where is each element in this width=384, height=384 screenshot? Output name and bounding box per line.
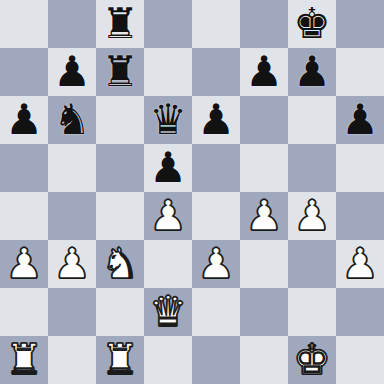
square-f5[interactable]	[240, 144, 288, 192]
square-c3[interactable]: ♞	[96, 240, 144, 288]
square-h8[interactable]	[336, 0, 384, 48]
square-c4[interactable]	[96, 192, 144, 240]
square-h4[interactable]	[336, 192, 384, 240]
square-d6[interactable]: ♛	[144, 96, 192, 144]
square-e4[interactable]	[192, 192, 240, 240]
square-a2[interactable]	[0, 288, 48, 336]
square-h6[interactable]: ♟	[336, 96, 384, 144]
square-c8[interactable]: ♜	[96, 0, 144, 48]
square-d2[interactable]: ♛	[144, 288, 192, 336]
piece-white-pawn[interactable]: ♟	[197, 240, 235, 288]
square-b2[interactable]	[48, 288, 96, 336]
square-b6[interactable]: ♞	[48, 96, 96, 144]
square-c6[interactable]	[96, 96, 144, 144]
square-e2[interactable]	[192, 288, 240, 336]
piece-white-pawn[interactable]: ♟	[341, 240, 379, 288]
piece-white-pawn[interactable]: ♟	[245, 192, 283, 240]
square-b4[interactable]	[48, 192, 96, 240]
square-c1[interactable]: ♜	[96, 336, 144, 384]
square-h5[interactable]	[336, 144, 384, 192]
square-a3[interactable]: ♟	[0, 240, 48, 288]
square-d4[interactable]: ♟	[144, 192, 192, 240]
piece-black-knight[interactable]: ♞	[53, 96, 91, 144]
piece-black-rook[interactable]: ♜	[101, 0, 139, 48]
piece-white-pawn[interactable]: ♟	[149, 192, 187, 240]
square-a5[interactable]	[0, 144, 48, 192]
square-g2[interactable]	[288, 288, 336, 336]
square-e3[interactable]: ♟	[192, 240, 240, 288]
square-f3[interactable]	[240, 240, 288, 288]
piece-black-rook[interactable]: ♜	[101, 48, 139, 96]
square-b7[interactable]: ♟	[48, 48, 96, 96]
piece-black-pawn[interactable]: ♟	[197, 96, 235, 144]
square-h7[interactable]	[336, 48, 384, 96]
square-a4[interactable]	[0, 192, 48, 240]
piece-white-pawn[interactable]: ♟	[293, 192, 331, 240]
square-h3[interactable]: ♟	[336, 240, 384, 288]
piece-black-pawn[interactable]: ♟	[245, 48, 283, 96]
square-f1[interactable]	[240, 336, 288, 384]
square-a7[interactable]	[0, 48, 48, 96]
piece-black-pawn[interactable]: ♟	[149, 144, 187, 192]
square-e8[interactable]	[192, 0, 240, 48]
square-e5[interactable]	[192, 144, 240, 192]
piece-black-pawn[interactable]: ♟	[53, 48, 91, 96]
square-b8[interactable]	[48, 0, 96, 48]
square-c2[interactable]	[96, 288, 144, 336]
square-g7[interactable]: ♟	[288, 48, 336, 96]
square-f7[interactable]: ♟	[240, 48, 288, 96]
piece-white-pawn[interactable]: ♟	[53, 240, 91, 288]
square-d5[interactable]: ♟	[144, 144, 192, 192]
piece-white-rook[interactable]: ♜	[101, 336, 139, 384]
square-g5[interactable]	[288, 144, 336, 192]
square-e6[interactable]: ♟	[192, 96, 240, 144]
square-h2[interactable]	[336, 288, 384, 336]
piece-black-queen[interactable]: ♛	[149, 96, 187, 144]
square-f8[interactable]	[240, 0, 288, 48]
square-d8[interactable]	[144, 0, 192, 48]
square-f6[interactable]	[240, 96, 288, 144]
square-c5[interactable]	[96, 144, 144, 192]
square-b3[interactable]: ♟	[48, 240, 96, 288]
piece-white-pawn[interactable]: ♟	[5, 240, 43, 288]
chess-board: ♜♚♟♜♟♟♟♞♛♟♟♟♟♟♟♟♟♞♟♟♛♜♜♚	[0, 0, 384, 384]
square-h1[interactable]	[336, 336, 384, 384]
piece-white-king[interactable]: ♚	[293, 336, 331, 384]
square-b5[interactable]	[48, 144, 96, 192]
square-g1[interactable]: ♚	[288, 336, 336, 384]
square-b1[interactable]	[48, 336, 96, 384]
piece-black-pawn[interactable]: ♟	[293, 48, 331, 96]
piece-white-rook[interactable]: ♜	[5, 336, 43, 384]
square-d3[interactable]	[144, 240, 192, 288]
square-g6[interactable]	[288, 96, 336, 144]
square-a6[interactable]: ♟	[0, 96, 48, 144]
square-f2[interactable]	[240, 288, 288, 336]
square-g4[interactable]: ♟	[288, 192, 336, 240]
square-e1[interactable]	[192, 336, 240, 384]
square-a1[interactable]: ♜	[0, 336, 48, 384]
square-c7[interactable]: ♜	[96, 48, 144, 96]
square-g3[interactable]	[288, 240, 336, 288]
square-d1[interactable]	[144, 336, 192, 384]
square-g8[interactable]: ♚	[288, 0, 336, 48]
piece-white-knight[interactable]: ♞	[101, 240, 139, 288]
square-a8[interactable]	[0, 0, 48, 48]
piece-black-pawn[interactable]: ♟	[341, 96, 379, 144]
piece-white-queen[interactable]: ♛	[149, 288, 187, 336]
piece-black-pawn[interactable]: ♟	[5, 96, 43, 144]
square-e7[interactable]	[192, 48, 240, 96]
piece-black-king[interactable]: ♚	[293, 0, 331, 48]
square-f4[interactable]: ♟	[240, 192, 288, 240]
square-d7[interactable]	[144, 48, 192, 96]
